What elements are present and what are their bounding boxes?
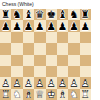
piece-wr: ♜♖ (0, 89, 11, 100)
square-g3[interactable] (68, 66, 79, 77)
square-g5[interactable] (68, 43, 79, 54)
page-title: Chess (White) (2, 1, 34, 7)
piece-bp: ♟ (57, 20, 68, 31)
square-d7[interactable]: ♟ (34, 20, 45, 31)
piece-wp: ♟♙ (23, 77, 34, 88)
square-a7[interactable]: ♟ (0, 20, 11, 31)
square-f8[interactable]: ♝ (57, 9, 68, 20)
piece-wn: ♞♘ (68, 89, 79, 100)
square-d6[interactable] (34, 32, 45, 43)
square-c7[interactable]: ♟ (23, 20, 34, 31)
square-h1[interactable]: ♜♖ (80, 89, 91, 100)
piece-wp: ♟♙ (11, 77, 22, 88)
piece-wq: ♛♕ (34, 89, 45, 100)
piece-bp: ♟ (23, 20, 34, 31)
square-b5[interactable] (11, 43, 22, 54)
square-e8[interactable]: ♚ (46, 9, 57, 20)
piece-bp: ♟ (11, 20, 22, 31)
square-a2[interactable]: ♟♙ (0, 77, 11, 88)
square-h7[interactable]: ♟ (80, 20, 91, 31)
square-d1[interactable]: ♛♕ (34, 89, 45, 100)
piece-wb: ♝♗ (57, 89, 68, 100)
square-c8[interactable]: ♝ (23, 9, 34, 20)
piece-bp: ♟ (80, 20, 91, 31)
square-e3[interactable] (46, 66, 57, 77)
square-a4[interactable] (0, 55, 11, 66)
square-h2[interactable]: ♟♙ (80, 77, 91, 88)
square-c5[interactable] (23, 43, 34, 54)
piece-wp: ♟♙ (68, 77, 79, 88)
piece-wp: ♟♙ (57, 77, 68, 88)
piece-wp: ♟♙ (46, 77, 57, 88)
square-h5[interactable] (80, 43, 91, 54)
piece-br: ♜ (80, 9, 91, 20)
piece-bb: ♝ (23, 9, 34, 20)
square-h6[interactable] (80, 32, 91, 43)
square-h8[interactable]: ♜ (80, 9, 91, 20)
square-b2[interactable]: ♟♙ (11, 77, 22, 88)
piece-bn: ♞ (68, 9, 79, 20)
piece-wp: ♟♙ (34, 77, 45, 88)
square-b3[interactable] (11, 66, 22, 77)
chess-board: ♜♞♝♛♚♝♞♜♟♟♟♟♟♟♟♟♟♙♟♙♟♙♟♙♟♙♟♙♟♙♟♙♜♖♞♘♝♗♛♕… (0, 9, 91, 100)
square-c1[interactable]: ♝♗ (23, 89, 34, 100)
piece-wp: ♟♙ (0, 77, 11, 88)
piece-bq: ♛ (34, 9, 45, 20)
square-c3[interactable] (23, 66, 34, 77)
square-c4[interactable] (23, 55, 34, 66)
square-e1[interactable]: ♚♔ (46, 89, 57, 100)
piece-bn: ♞ (11, 9, 22, 20)
square-h4[interactable] (80, 55, 91, 66)
square-e4[interactable] (46, 55, 57, 66)
square-f4[interactable] (57, 55, 68, 66)
square-g2[interactable]: ♟♙ (68, 77, 79, 88)
piece-wp: ♟♙ (80, 77, 91, 88)
square-e5[interactable] (46, 43, 57, 54)
square-a5[interactable] (0, 43, 11, 54)
square-a1[interactable]: ♜♖ (0, 89, 11, 100)
square-f5[interactable] (57, 43, 68, 54)
square-b8[interactable]: ♞ (11, 9, 22, 20)
square-b1[interactable]: ♞♘ (11, 89, 22, 100)
square-c6[interactable] (23, 32, 34, 43)
square-b7[interactable]: ♟ (11, 20, 22, 31)
piece-bb: ♝ (57, 9, 68, 20)
square-c2[interactable]: ♟♙ (23, 77, 34, 88)
square-a6[interactable] (0, 32, 11, 43)
square-d2[interactable]: ♟♙ (34, 77, 45, 88)
square-d8[interactable]: ♛ (34, 9, 45, 20)
square-f2[interactable]: ♟♙ (57, 77, 68, 88)
square-g7[interactable]: ♟ (68, 20, 79, 31)
piece-bp: ♟ (68, 20, 79, 31)
square-g1[interactable]: ♞♘ (68, 89, 79, 100)
square-e6[interactable] (46, 32, 57, 43)
square-f6[interactable] (57, 32, 68, 43)
square-g6[interactable] (68, 32, 79, 43)
square-d5[interactable] (34, 43, 45, 54)
square-g4[interactable] (68, 55, 79, 66)
square-f7[interactable]: ♟ (57, 20, 68, 31)
piece-br: ♜ (0, 9, 11, 20)
square-b4[interactable] (11, 55, 22, 66)
square-h3[interactable] (80, 66, 91, 77)
square-e7[interactable]: ♟ (46, 20, 57, 31)
square-f1[interactable]: ♝♗ (57, 89, 68, 100)
piece-bp: ♟ (46, 20, 57, 31)
piece-wb: ♝♗ (23, 89, 34, 100)
square-a3[interactable] (0, 66, 11, 77)
square-f3[interactable] (57, 66, 68, 77)
piece-bp: ♟ (34, 20, 45, 31)
piece-wr: ♜♖ (80, 89, 91, 100)
piece-wk: ♚♔ (46, 89, 57, 100)
square-g8[interactable]: ♞ (68, 9, 79, 20)
piece-bp: ♟ (0, 20, 11, 31)
square-b6[interactable] (11, 32, 22, 43)
square-d3[interactable] (34, 66, 45, 77)
square-a8[interactable]: ♜ (0, 9, 11, 20)
square-d4[interactable] (34, 55, 45, 66)
piece-bk: ♚ (46, 9, 57, 20)
piece-wn: ♞♘ (11, 89, 22, 100)
square-e2[interactable]: ♟♙ (46, 77, 57, 88)
